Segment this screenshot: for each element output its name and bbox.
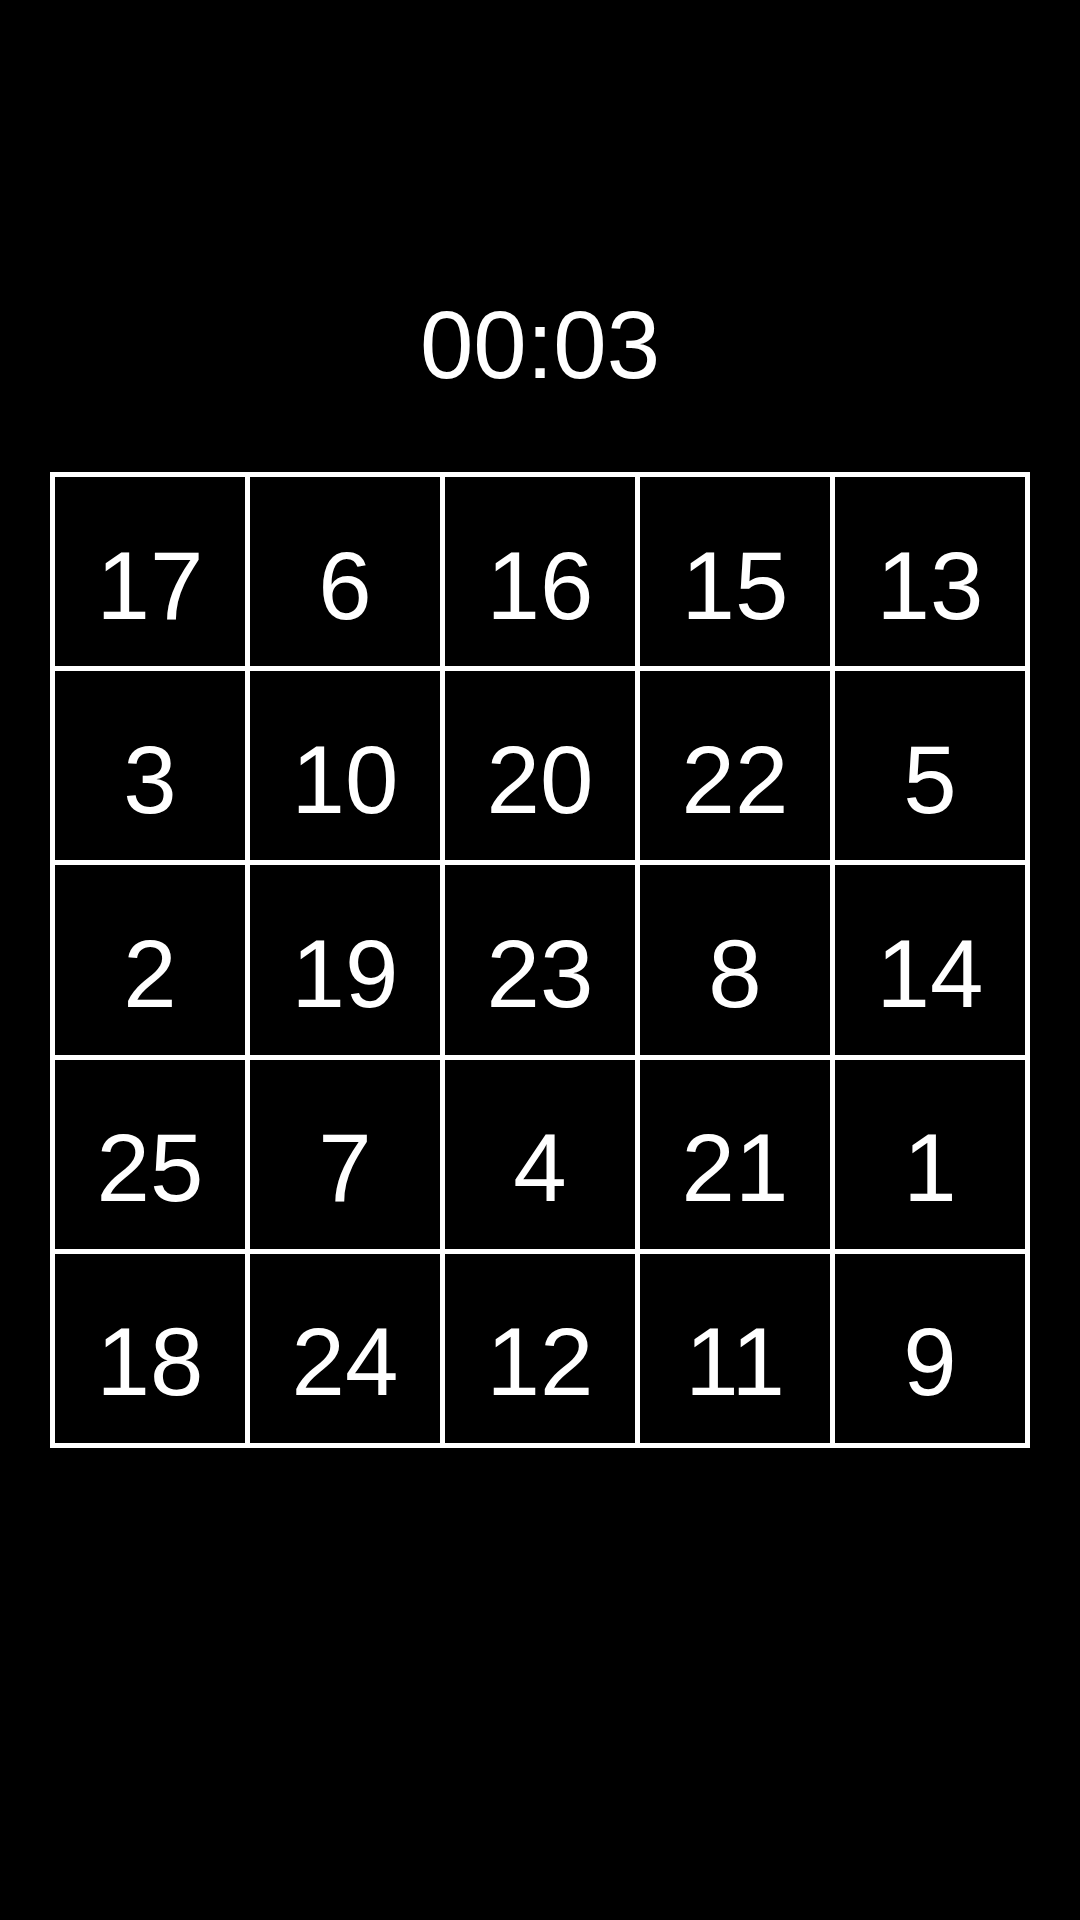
grid-cell[interactable]: 5 <box>835 671 1025 860</box>
timer-display: 00:03 <box>0 297 1080 393</box>
grid-cell[interactable]: 3 <box>55 671 245 860</box>
grid-cell[interactable]: 8 <box>640 865 830 1054</box>
grid-cell[interactable]: 23 <box>445 865 635 1054</box>
grid-cell[interactable]: 21 <box>640 1060 830 1249</box>
grid-cell[interactable]: 13 <box>835 477 1025 666</box>
grid-cell[interactable]: 17 <box>55 477 245 666</box>
grid-cell[interactable]: 24 <box>250 1254 440 1443</box>
grid-cell[interactable]: 15 <box>640 477 830 666</box>
grid-cell[interactable]: 12 <box>445 1254 635 1443</box>
grid-cell[interactable]: 7 <box>250 1060 440 1249</box>
grid-cell[interactable]: 20 <box>445 671 635 860</box>
grid-cell[interactable]: 11 <box>640 1254 830 1443</box>
grid-cell[interactable]: 18 <box>55 1254 245 1443</box>
grid-cell[interactable]: 25 <box>55 1060 245 1249</box>
grid-cell[interactable]: 2 <box>55 865 245 1054</box>
grid-cell[interactable]: 10 <box>250 671 440 860</box>
grid-cell[interactable]: 19 <box>250 865 440 1054</box>
grid-cell[interactable]: 6 <box>250 477 440 666</box>
schulte-grid: 17 6 16 15 13 3 10 20 22 5 2 19 23 8 14 … <box>50 472 1030 1448</box>
grid-cell[interactable]: 1 <box>835 1060 1025 1249</box>
grid-cell[interactable]: 14 <box>835 865 1025 1054</box>
grid-cell[interactable]: 16 <box>445 477 635 666</box>
grid-cell[interactable]: 4 <box>445 1060 635 1249</box>
grid-cell[interactable]: 22 <box>640 671 830 860</box>
grid-cell[interactable]: 9 <box>835 1254 1025 1443</box>
